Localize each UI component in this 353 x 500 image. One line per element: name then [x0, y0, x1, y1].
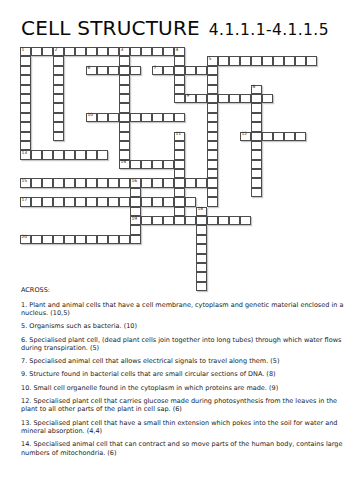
- grid-cell[interactable]: [251, 122, 262, 131]
- clues-section: ACROSS: 1. Plant and animal cells that h…: [21, 286, 351, 462]
- grid-cell[interactable]: [240, 56, 251, 65]
- grid-cell[interactable]: [207, 113, 218, 122]
- grid-cell[interactable]: [196, 244, 207, 253]
- grid-cell[interactable]: [273, 56, 284, 65]
- grid-cell[interactable]: [196, 263, 207, 272]
- grid-cell[interactable]: [207, 132, 218, 141]
- grid-cell[interactable]: [218, 56, 229, 65]
- grid-cell[interactable]: [273, 132, 284, 141]
- grid-cell[interactable]: [86, 47, 97, 56]
- grid-cell[interactable]: [174, 197, 185, 206]
- clue-number-label: 15: [22, 179, 28, 184]
- grid-cell[interactable]: [108, 66, 119, 75]
- clue-item: 5. Organisms such as bacteria. (10): [21, 322, 351, 331]
- grid-cell[interactable]: [207, 216, 218, 225]
- grid-cell[interactable]: [97, 178, 108, 187]
- clue-item: 9. Structure found in bacterial cells th…: [21, 370, 351, 379]
- grid-cell[interactable]: [97, 113, 108, 122]
- grid-cell[interactable]: [119, 56, 130, 65]
- grid-cell[interactable]: [108, 47, 119, 56]
- grid-cell[interactable]: [141, 178, 152, 187]
- grid-cell[interactable]: [75, 197, 86, 206]
- grid-cell[interactable]: [130, 160, 141, 169]
- grid-cell[interactable]: [207, 66, 218, 75]
- grid-cell[interactable]: [119, 141, 130, 150]
- grid-cell[interactable]: [163, 66, 174, 75]
- grid-cell[interactable]: [130, 66, 141, 75]
- grid-cell[interactable]: [207, 197, 218, 206]
- grid-cell[interactable]: [53, 85, 64, 94]
- grid-cell[interactable]: [130, 197, 141, 206]
- grid-cell[interactable]: 3: [119, 47, 130, 56]
- page-title: CELL STRUCTURE: [21, 16, 200, 40]
- grid-cell[interactable]: [86, 197, 97, 206]
- clue-number-label: 11: [176, 132, 182, 137]
- grid-cell[interactable]: [119, 103, 130, 112]
- grid-cell[interactable]: [53, 197, 64, 206]
- grid-cell[interactable]: [240, 216, 251, 225]
- grid-cell[interactable]: 7: [152, 66, 163, 75]
- crossword-grid: 1234567891011121314151617181920: [20, 47, 328, 291]
- grid-cell[interactable]: [229, 216, 240, 225]
- grid-cell[interactable]: [262, 132, 273, 141]
- grid-cell[interactable]: [174, 113, 185, 122]
- grid-cell[interactable]: [20, 75, 31, 84]
- grid-cell[interactable]: [42, 235, 53, 244]
- grid-cell[interactable]: [53, 132, 64, 141]
- grid-cell[interactable]: [130, 47, 141, 56]
- page-header: CELL STRUCTURE 4.1.1.1-4.1.1.5: [21, 16, 329, 40]
- grid-cell[interactable]: [207, 103, 218, 112]
- grid-cell[interactable]: [185, 197, 196, 206]
- grid-cell[interactable]: [119, 132, 130, 141]
- grid-cell[interactable]: [251, 56, 262, 65]
- grid-cell[interactable]: [229, 56, 240, 65]
- grid-cell[interactable]: 14: [119, 160, 130, 169]
- grid-cell[interactable]: 10: [86, 113, 97, 122]
- grid-cell[interactable]: [119, 85, 130, 94]
- spec-range: 4.1.1.1-4.1.1.5: [209, 21, 329, 39]
- grid-cell[interactable]: [119, 197, 130, 206]
- grid-cell[interactable]: [152, 47, 163, 56]
- grid-cell[interactable]: [152, 178, 163, 187]
- grid-cell[interactable]: [42, 178, 53, 187]
- grid-cell[interactable]: [295, 56, 306, 65]
- grid-cell[interactable]: [86, 178, 97, 187]
- grid-cell[interactable]: 1: [20, 47, 31, 56]
- grid-cell[interactable]: [174, 94, 185, 103]
- grid-cell[interactable]: [218, 216, 229, 225]
- grid-cell[interactable]: [53, 150, 64, 159]
- grid-cell[interactable]: [196, 254, 207, 263]
- grid-cell[interactable]: [119, 178, 130, 187]
- grid-cell[interactable]: [174, 150, 185, 159]
- grid-cell[interactable]: [207, 94, 218, 103]
- clue-item: 13. Specialised plant cell that have a s…: [21, 419, 351, 436]
- grid-cell[interactable]: [42, 150, 53, 159]
- grid-cell[interactable]: [108, 235, 119, 244]
- clue-item: 10. Small cell organelle found in the cy…: [21, 384, 351, 393]
- grid-cell[interactable]: 20: [20, 235, 31, 244]
- grid-cell[interactable]: [20, 85, 31, 94]
- grid-cell[interactable]: 8: [251, 85, 262, 94]
- grid-cell[interactable]: [163, 178, 174, 187]
- grid-cell[interactable]: [20, 132, 31, 141]
- grid-cell[interactable]: 12: [240, 132, 251, 141]
- grid-cell[interactable]: 16: [130, 178, 141, 187]
- grid-cell[interactable]: [130, 113, 141, 122]
- grid-cell[interactable]: [174, 169, 185, 178]
- grid-cell[interactable]: [20, 113, 31, 122]
- grid-cell[interactable]: [196, 94, 207, 103]
- clue-item: 1. Plant and animal cells that have a ce…: [21, 301, 351, 318]
- grid-cell[interactable]: [130, 188, 141, 197]
- clue-number-label: 1: [22, 48, 25, 53]
- grid-cell[interactable]: [295, 132, 306, 141]
- clue-number-label: 5: [209, 57, 212, 62]
- grid-cell[interactable]: [64, 197, 75, 206]
- grid-cell[interactable]: [53, 103, 64, 112]
- grid-cell[interactable]: [174, 75, 185, 84]
- grid-cell[interactable]: [229, 94, 240, 103]
- grid-cell[interactable]: [152, 197, 163, 206]
- grid-cell[interactable]: [53, 94, 64, 103]
- grid-cell[interactable]: [64, 178, 75, 187]
- grid-cell[interactable]: [207, 122, 218, 131]
- grid-cell[interactable]: [141, 197, 152, 206]
- grid-cell[interactable]: 11: [174, 132, 185, 141]
- grid-cell[interactable]: [174, 160, 185, 169]
- clue-number-label: 8: [253, 85, 256, 90]
- grid-cell[interactable]: [20, 103, 31, 112]
- grid-cell[interactable]: [174, 66, 185, 75]
- grid-cell[interactable]: [152, 113, 163, 122]
- grid-cell[interactable]: [174, 85, 185, 94]
- grid-cell[interactable]: 6: [86, 66, 97, 75]
- grid-cell[interactable]: [31, 178, 42, 187]
- grid-cell[interactable]: [75, 47, 86, 56]
- grid-cell[interactable]: [207, 169, 218, 178]
- grid-cell[interactable]: [130, 207, 141, 216]
- grid-cell[interactable]: [284, 56, 295, 65]
- grid-cell[interactable]: [207, 160, 218, 169]
- grid-cell[interactable]: [306, 56, 317, 65]
- grid-cell[interactable]: [64, 235, 75, 244]
- grid-cell[interactable]: [130, 225, 141, 234]
- clue-number-label: 14: [121, 160, 127, 165]
- grid-cell[interactable]: [53, 113, 64, 122]
- grid-cell[interactable]: [196, 216, 207, 225]
- grid-cell[interactable]: [119, 75, 130, 84]
- grid-cell[interactable]: [119, 113, 130, 122]
- clue-number-label: 20: [22, 235, 28, 240]
- grid-cell[interactable]: [119, 122, 130, 131]
- clue-number-label: 9: [187, 94, 190, 99]
- grid-cell[interactable]: [240, 94, 251, 103]
- clue-number-label: 12: [242, 132, 248, 137]
- grid-cell[interactable]: [20, 122, 31, 131]
- clue-number-label: 4: [176, 48, 179, 53]
- grid-cell[interactable]: [141, 160, 152, 169]
- clue-item: 12. Specialised plant cell that carries …: [21, 397, 351, 414]
- clue-number-label: 2: [55, 48, 58, 53]
- grid-cell[interactable]: 4: [174, 47, 185, 56]
- grid-cell[interactable]: [251, 113, 262, 122]
- grid-cell[interactable]: [42, 197, 53, 206]
- grid-cell[interactable]: [119, 66, 130, 75]
- grid-cell[interactable]: [130, 235, 141, 244]
- grid-cell[interactable]: [31, 235, 42, 244]
- grid-cell[interactable]: [196, 272, 207, 281]
- grid-cell[interactable]: [251, 103, 262, 112]
- grid-cell[interactable]: [75, 235, 86, 244]
- grid-cell[interactable]: [196, 235, 207, 244]
- grid-cell[interactable]: [20, 141, 31, 150]
- grid-cell[interactable]: [119, 94, 130, 103]
- grid-cell[interactable]: [20, 94, 31, 103]
- grid-cell[interactable]: [196, 225, 207, 234]
- grid-cell[interactable]: [207, 141, 218, 150]
- grid-cell[interactable]: [20, 56, 31, 65]
- grid-cell[interactable]: [152, 160, 163, 169]
- grid-cell[interactable]: 5: [207, 56, 218, 65]
- grid-cell[interactable]: [31, 197, 42, 206]
- grid-cell[interactable]: [152, 216, 163, 225]
- grid-cell[interactable]: [108, 178, 119, 187]
- grid-cell[interactable]: [42, 47, 53, 56]
- grid-cell[interactable]: [97, 235, 108, 244]
- grid-cell[interactable]: [174, 141, 185, 150]
- clue-number-label: 6: [88, 66, 91, 71]
- grid-cell[interactable]: [251, 132, 262, 141]
- grid-cell[interactable]: [53, 56, 64, 65]
- grid-cell[interactable]: [251, 188, 262, 197]
- grid-cell[interactable]: [64, 47, 75, 56]
- grid-cell[interactable]: [284, 132, 295, 141]
- grid-cell[interactable]: [251, 160, 262, 169]
- grid-cell[interactable]: [207, 85, 218, 94]
- grid-cell[interactable]: [262, 56, 273, 65]
- grid-cell[interactable]: [174, 216, 185, 225]
- grid-cell[interactable]: [163, 197, 174, 206]
- grid-cell[interactable]: [174, 56, 185, 65]
- grid-cell[interactable]: [185, 66, 196, 75]
- grid-cell[interactable]: 17: [20, 197, 31, 206]
- grid-cell[interactable]: [196, 178, 207, 187]
- grid-cell[interactable]: 15: [20, 178, 31, 187]
- grid-cell[interactable]: [97, 197, 108, 206]
- clue-item: 7. Specialised animal cell that allows e…: [21, 357, 351, 366]
- clue-number-label: 10: [88, 113, 94, 118]
- grid-cell[interactable]: [218, 94, 229, 103]
- grid-cell[interactable]: [207, 75, 218, 84]
- grid-cell[interactable]: [207, 178, 218, 187]
- grid-cell[interactable]: [20, 66, 31, 75]
- grid-cell[interactable]: [53, 235, 64, 244]
- grid-cell[interactable]: [262, 94, 273, 103]
- grid-cell[interactable]: 2: [53, 47, 64, 56]
- grid-cell[interactable]: [251, 141, 262, 150]
- grid-cell[interactable]: [163, 47, 174, 56]
- grid-cell[interactable]: [64, 150, 75, 159]
- grid-cell[interactable]: [75, 178, 86, 187]
- grid-cell[interactable]: [163, 160, 174, 169]
- grid-cell[interactable]: [141, 47, 152, 56]
- grid-cell[interactable]: [207, 188, 218, 197]
- grid-cell[interactable]: [119, 235, 130, 244]
- clue-number-label: 19: [132, 217, 138, 222]
- grid-cell[interactable]: [163, 113, 174, 122]
- grid-cell[interactable]: [174, 188, 185, 197]
- clue-number-label: 13: [22, 151, 28, 156]
- clue-item: 14. Specialised animal cell that can con…: [21, 440, 351, 457]
- grid-cell[interactable]: [163, 216, 174, 225]
- clue-list: 1. Plant and animal cells that have a ce…: [21, 301, 351, 458]
- grid-cell[interactable]: 9: [185, 94, 196, 103]
- grid-cell[interactable]: [31, 47, 42, 56]
- grid-cell[interactable]: [97, 150, 108, 159]
- clue-number-label: 16: [132, 179, 138, 184]
- grid-cell[interactable]: [97, 47, 108, 56]
- grid-cell[interactable]: [86, 150, 97, 159]
- grid-cell[interactable]: [53, 122, 64, 131]
- grid-cell[interactable]: [196, 66, 207, 75]
- clue-number-label: 3: [121, 48, 124, 53]
- clue-number-label: 17: [22, 198, 28, 203]
- grid-cell[interactable]: [108, 197, 119, 206]
- grid-cell[interactable]: 13: [20, 150, 31, 159]
- clue-number-label: 7: [154, 66, 157, 71]
- grid-cell[interactable]: [75, 150, 86, 159]
- grid-cell[interactable]: [53, 178, 64, 187]
- grid-cell[interactable]: [251, 150, 262, 159]
- grid-cell[interactable]: [53, 66, 64, 75]
- grid-cell[interactable]: [251, 169, 262, 178]
- grid-cell[interactable]: [174, 178, 185, 187]
- grid-cell[interactable]: [251, 178, 262, 187]
- clue-number-label: 18: [198, 207, 204, 212]
- grid-cell[interactable]: [174, 207, 185, 216]
- grid-cell[interactable]: [185, 178, 196, 187]
- grid-cell[interactable]: 18: [196, 207, 207, 216]
- grid-cell[interactable]: [53, 75, 64, 84]
- grid-cell[interactable]: [108, 113, 119, 122]
- grid-cell[interactable]: [207, 150, 218, 159]
- grid-cell[interactable]: 19: [130, 216, 141, 225]
- grid-cell[interactable]: [86, 235, 97, 244]
- clue-item: 6. Specialised plant cell, (dead plant c…: [21, 336, 351, 353]
- grid-cell[interactable]: [31, 150, 42, 159]
- grid-cell[interactable]: [97, 66, 108, 75]
- clues-heading: ACROSS:: [21, 286, 351, 295]
- grid-cell[interactable]: [185, 216, 196, 225]
- grid-cell[interactable]: [141, 216, 152, 225]
- grid-cell[interactable]: [251, 94, 262, 103]
- grid-cell[interactable]: [141, 113, 152, 122]
